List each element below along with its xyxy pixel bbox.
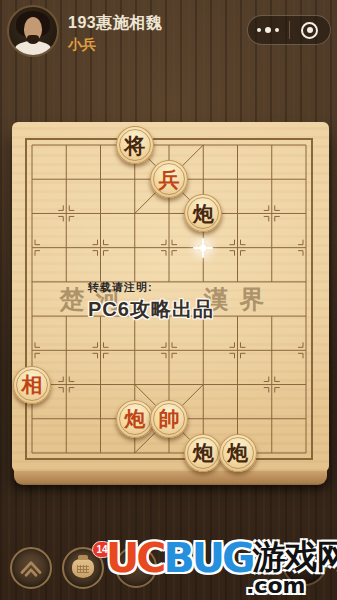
- level-difficulty: 小兵: [68, 36, 96, 54]
- piece-red-相[interactable]: 相: [13, 366, 51, 404]
- piece-red-帥[interactable]: 帥: [150, 400, 188, 438]
- avatar-beard: [27, 35, 39, 44]
- exit-button[interactable]: [290, 16, 331, 44]
- watermark-site-name: 游戏网: [253, 537, 337, 576]
- tip-bag-icon: [72, 559, 94, 578]
- piece-red-炮[interactable]: 炮: [116, 400, 154, 438]
- exit-icon: [301, 22, 318, 39]
- piece-black-炮[interactable]: 炮: [219, 434, 257, 472]
- watermark-note: 转载请注明:: [88, 280, 258, 295]
- river-char: 楚: [60, 283, 85, 316]
- piece-black-炮[interactable]: 炮: [184, 434, 222, 472]
- watermark-dotcom: .com: [246, 573, 305, 598]
- avatar[interactable]: [7, 5, 59, 57]
- piece-red-兵[interactable]: 兵: [150, 160, 188, 198]
- watermark-uc: UC: [106, 534, 163, 582]
- sparkle-effect: [198, 243, 208, 253]
- more-button[interactable]: [248, 16, 289, 44]
- miniprogram-capsule: [247, 15, 331, 45]
- site-watermark: UCBUG游戏网 .com: [106, 534, 337, 582]
- more-icon: [257, 28, 261, 32]
- watermark-brand: PC6攻略出品: [88, 296, 258, 323]
- more-icon: [265, 27, 271, 33]
- app-screen: 193惠施相魏 小兵 楚 河 漢 界 将兵炮相炮帥炮炮 转载请注明: PC6攻略…: [0, 0, 337, 600]
- more-icon: [275, 28, 279, 32]
- chevron-up-icon: [12, 547, 50, 589]
- piece-black-炮[interactable]: 炮: [184, 194, 222, 232]
- expand-button[interactable]: [10, 547, 52, 589]
- watermark-bug: BUG: [163, 534, 252, 582]
- center-watermark: 转载请注明: PC6攻略出品: [88, 280, 258, 323]
- board-edge: [14, 471, 327, 485]
- level-title: 193惠施相魏: [68, 13, 162, 34]
- piece-black-将[interactable]: 将: [116, 126, 154, 164]
